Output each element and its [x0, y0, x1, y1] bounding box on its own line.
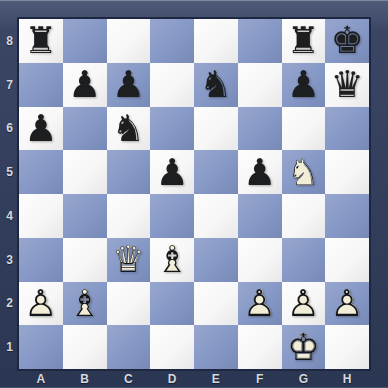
white-bishop[interactable]: ♝♗ [150, 238, 194, 282]
king-outline-glyph: ♔ [282, 325, 326, 369]
chess-board[interactable]: ♜♜♚♟♟♞♟♛♟♞♟♟♞♘♛♕♝♗♟♙♝♗♟♙♟♙♟♙♚♔ [19, 19, 369, 369]
black-pawn[interactable]: ♟ [19, 107, 63, 151]
black-pawn[interactable]: ♟ [150, 150, 194, 194]
white-queen[interactable]: ♛♕ [107, 238, 151, 282]
square-b5[interactable] [63, 150, 107, 194]
square-f6[interactable] [238, 107, 282, 151]
king-glyph: ♚ [331, 22, 364, 59]
white-knight[interactable]: ♞♘ [282, 150, 326, 194]
square-d8[interactable] [150, 19, 194, 63]
knight-outline-glyph: ♘ [282, 150, 326, 194]
pawn-glyph: ♟ [112, 66, 145, 103]
pawn-outline-glyph: ♙ [238, 282, 282, 326]
rook-glyph: ♜ [287, 22, 320, 59]
pawn-glyph: ♟ [156, 154, 189, 191]
rank-label-5: 5 [0, 150, 19, 194]
file-label-h: H [325, 369, 369, 388]
square-g6[interactable] [282, 107, 326, 151]
knight-glyph: ♞ [112, 110, 145, 147]
black-king[interactable]: ♚ [325, 19, 369, 63]
file-label-a: A [19, 369, 63, 388]
square-f2[interactable]: ♟♙ [238, 282, 282, 326]
square-c1[interactable] [107, 325, 151, 369]
square-f7[interactable] [238, 63, 282, 107]
rank-label-6: 6 [0, 107, 19, 151]
square-c5[interactable] [107, 150, 151, 194]
rank-label-1: 1 [0, 325, 19, 369]
pawn-glyph: ♟ [243, 154, 276, 191]
rank-label-3: 3 [0, 238, 19, 282]
square-d2[interactable] [150, 282, 194, 326]
square-d3[interactable]: ♝♗ [150, 238, 194, 282]
square-h7[interactable]: ♛ [325, 63, 369, 107]
square-c8[interactable] [107, 19, 151, 63]
file-label-f: F [238, 369, 282, 388]
rank-labels: 87654321 [0, 19, 19, 369]
square-d1[interactable] [150, 325, 194, 369]
white-pawn[interactable]: ♟♙ [19, 282, 63, 326]
square-e5[interactable] [194, 150, 238, 194]
square-g7[interactable]: ♟ [282, 63, 326, 107]
square-b4[interactable] [63, 194, 107, 238]
file-label-d: D [150, 369, 194, 388]
square-h2[interactable]: ♟♙ [325, 282, 369, 326]
rook-glyph: ♜ [24, 22, 57, 59]
square-g4[interactable] [282, 194, 326, 238]
square-a8[interactable]: ♜ [19, 19, 63, 63]
square-a5[interactable] [19, 150, 63, 194]
black-knight[interactable]: ♞ [107, 107, 151, 151]
square-h6[interactable] [325, 107, 369, 151]
square-c4[interactable] [107, 194, 151, 238]
black-pawn[interactable]: ♟ [282, 63, 326, 107]
square-e4[interactable] [194, 194, 238, 238]
square-g5[interactable]: ♞♘ [282, 150, 326, 194]
square-a4[interactable] [19, 194, 63, 238]
square-b2[interactable]: ♝♗ [63, 282, 107, 326]
white-king[interactable]: ♚♔ [282, 325, 326, 369]
board-frame: 87654321 ♜♜♚♟♟♞♟♛♟♞♟♟♞♘♛♕♝♗♟♙♝♗♟♙♟♙♟♙♚♔ … [0, 0, 388, 388]
white-bishop[interactable]: ♝♗ [63, 282, 107, 326]
square-b8[interactable] [63, 19, 107, 63]
square-e3[interactable] [194, 238, 238, 282]
pawn-glyph: ♟ [287, 66, 320, 103]
square-a2[interactable]: ♟♙ [19, 282, 63, 326]
square-g3[interactable] [282, 238, 326, 282]
square-g1[interactable]: ♚♔ [282, 325, 326, 369]
square-d6[interactable] [150, 107, 194, 151]
square-c3[interactable]: ♛♕ [107, 238, 151, 282]
file-label-g: G [282, 369, 326, 388]
square-h8[interactable]: ♚ [325, 19, 369, 63]
black-rook[interactable]: ♜ [282, 19, 326, 63]
white-pawn[interactable]: ♟♙ [282, 282, 326, 326]
white-pawn[interactable]: ♟♙ [325, 282, 369, 326]
black-queen[interactable]: ♛ [325, 63, 369, 107]
square-d7[interactable] [150, 63, 194, 107]
square-g8[interactable]: ♜ [282, 19, 326, 63]
square-b1[interactable] [63, 325, 107, 369]
rank-label-4: 4 [0, 194, 19, 238]
square-f5[interactable]: ♟ [238, 150, 282, 194]
queen-glyph: ♛ [331, 66, 364, 103]
square-c7[interactable]: ♟ [107, 63, 151, 107]
white-pawn[interactable]: ♟♙ [238, 282, 282, 326]
square-f3[interactable] [238, 238, 282, 282]
square-e1[interactable] [194, 325, 238, 369]
rank-label-7: 7 [0, 63, 19, 107]
black-pawn[interactable]: ♟ [63, 63, 107, 107]
rank-label-2: 2 [0, 282, 19, 326]
square-b6[interactable] [63, 107, 107, 151]
pawn-glyph: ♟ [68, 66, 101, 103]
square-f8[interactable] [238, 19, 282, 63]
queen-outline-glyph: ♕ [107, 238, 151, 282]
square-a7[interactable] [19, 63, 63, 107]
black-rook[interactable]: ♜ [19, 19, 63, 63]
file-label-b: B [63, 369, 107, 388]
square-e7[interactable]: ♞ [194, 63, 238, 107]
bishop-outline-glyph: ♗ [63, 282, 107, 326]
square-a6[interactable]: ♟ [19, 107, 63, 151]
square-h5[interactable] [325, 150, 369, 194]
square-h4[interactable] [325, 194, 369, 238]
pawn-outline-glyph: ♙ [19, 282, 63, 326]
square-b7[interactable]: ♟ [63, 63, 107, 107]
pawn-outline-glyph: ♙ [282, 282, 326, 326]
black-pawn[interactable]: ♟ [238, 150, 282, 194]
square-h3[interactable] [325, 238, 369, 282]
bishop-outline-glyph: ♗ [150, 238, 194, 282]
square-e6[interactable] [194, 107, 238, 151]
square-g2[interactable]: ♟♙ [282, 282, 326, 326]
square-f4[interactable] [238, 194, 282, 238]
square-a1[interactable] [19, 325, 63, 369]
black-knight[interactable]: ♞ [194, 63, 238, 107]
square-b3[interactable] [63, 238, 107, 282]
square-c6[interactable]: ♞ [107, 107, 151, 151]
knight-glyph: ♞ [199, 66, 232, 103]
square-d4[interactable] [150, 194, 194, 238]
square-e8[interactable] [194, 19, 238, 63]
square-c2[interactable] [107, 282, 151, 326]
square-e2[interactable] [194, 282, 238, 326]
square-h1[interactable] [325, 325, 369, 369]
square-f1[interactable] [238, 325, 282, 369]
pawn-outline-glyph: ♙ [325, 282, 369, 326]
file-labels: ABCDEFGH [19, 369, 369, 388]
square-a3[interactable] [19, 238, 63, 282]
file-label-e: E [194, 369, 238, 388]
rank-label-8: 8 [0, 19, 19, 63]
square-d5[interactable]: ♟ [150, 150, 194, 194]
pawn-glyph: ♟ [24, 110, 57, 147]
black-pawn[interactable]: ♟ [107, 63, 151, 107]
file-label-c: C [107, 369, 151, 388]
